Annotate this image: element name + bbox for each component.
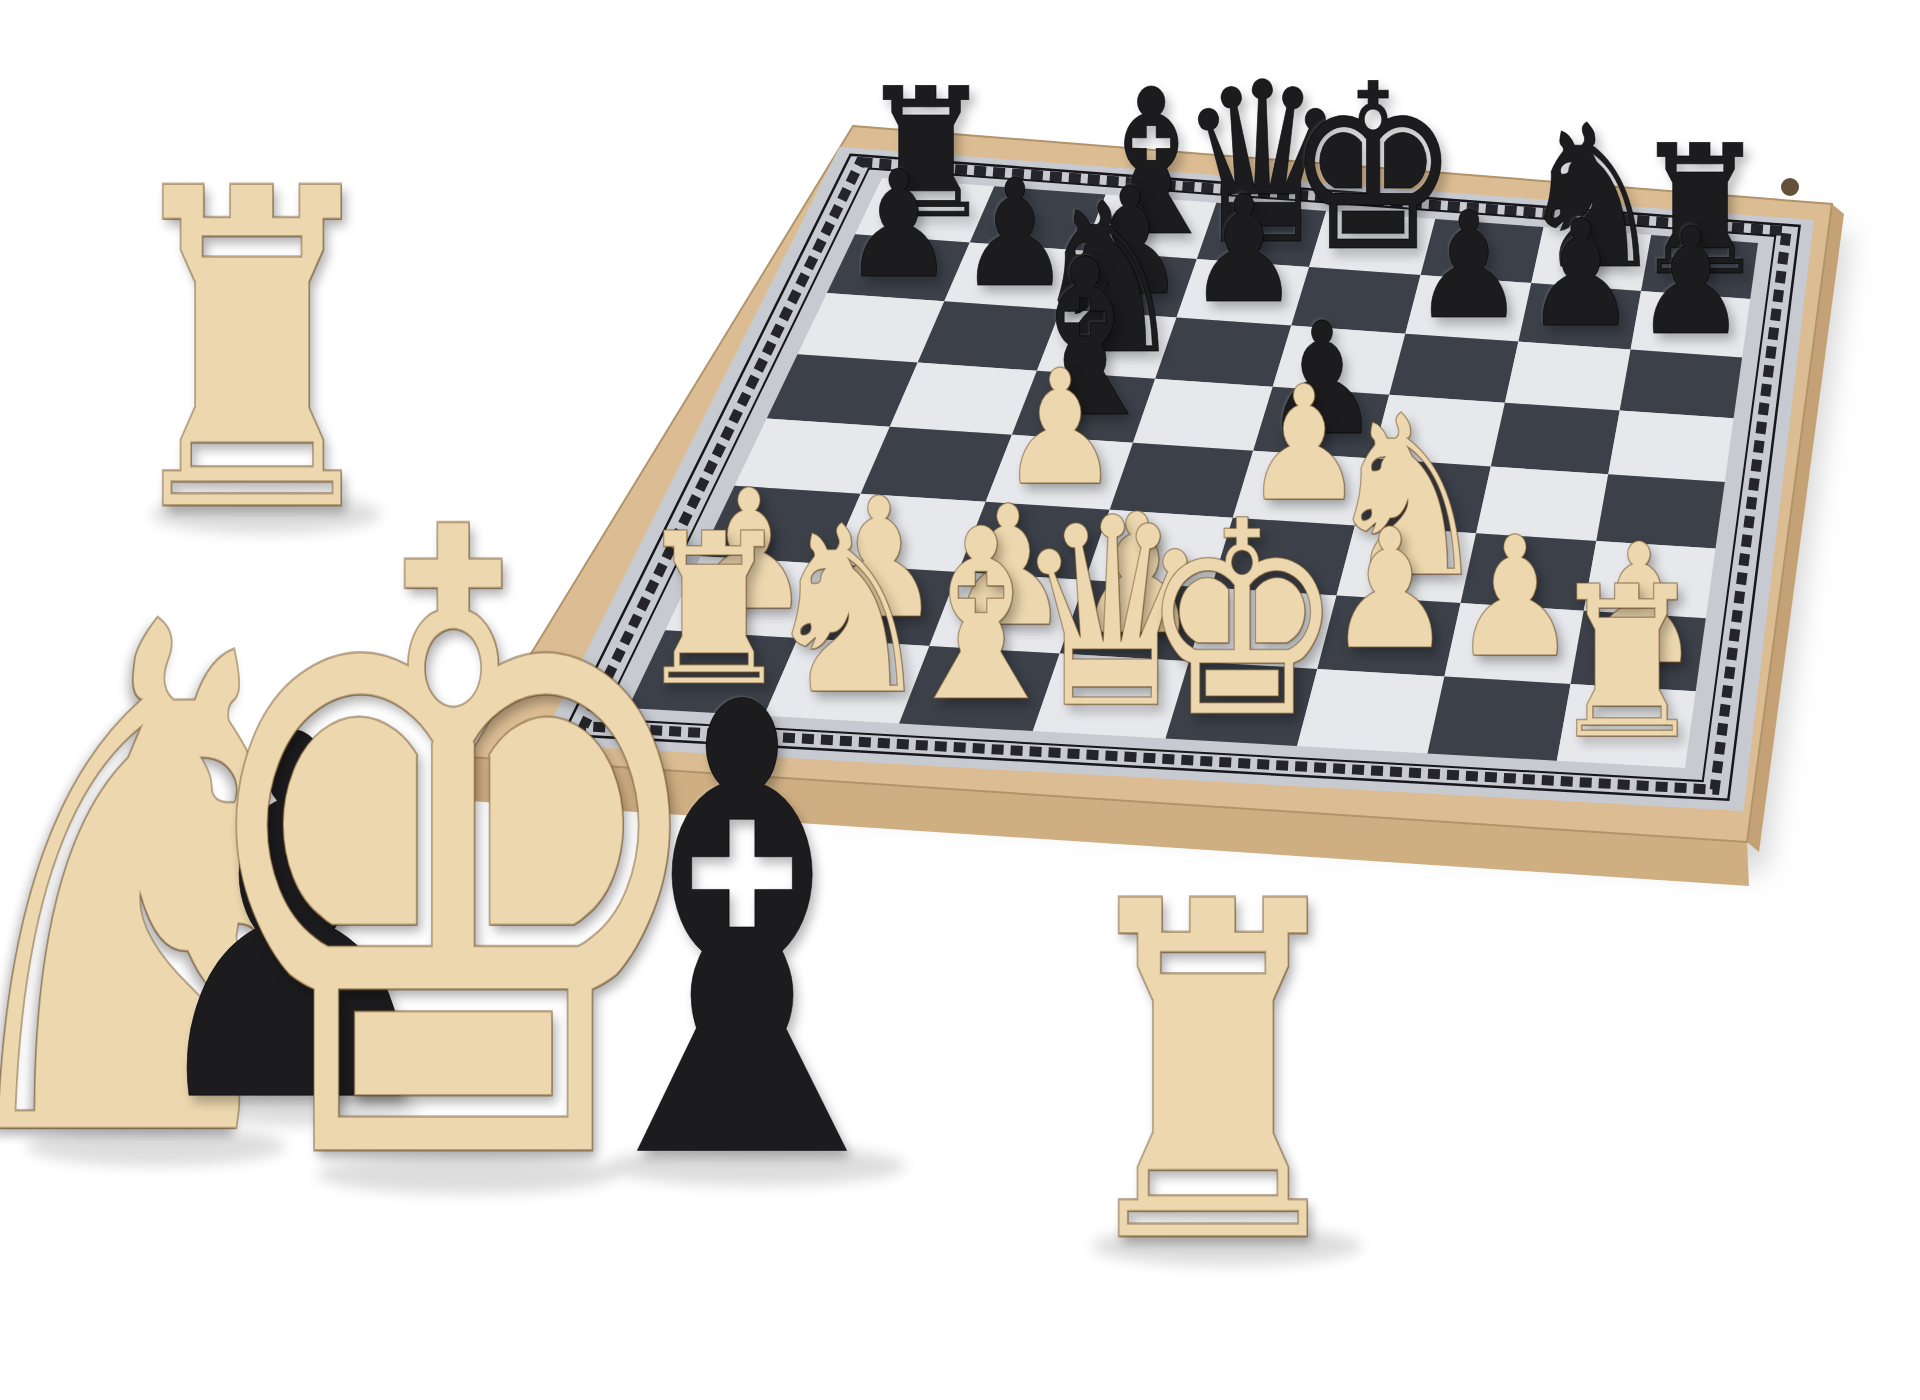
piece-white-king-e1[interactable]: ♚ [1140,485,1345,754]
piece-black-pawn-h7[interactable]: ♟ [1635,208,1748,356]
piece-black-pawn-a7[interactable]: ♟ [843,151,956,299]
piece-black-pawn-g7[interactable]: ♟ [1525,200,1638,348]
chess-set-photo: ♜♝♛♚♞♜♟♟♟♟♟♟♟♞♝♟♟♟♞♟♟♟♟♟♟♟♜♞♝♛♚♜ ♜♞♟♚♝♜ [0,0,1920,1400]
piece-white-rook-h1[interactable]: ♜ [1547,559,1707,769]
square-h5[interactable] [1608,411,1733,483]
offboard-white-rook-right[interactable]: ♜ [1063,843,1363,1308]
offboard-black-bishop[interactable]: ♝ [542,626,942,1246]
piece-white-pawn-f2[interactable]: ♟ [1327,507,1454,673]
frame-peg-hole [1781,178,1799,196]
piece-black-pawn-f7[interactable]: ♟ [1413,192,1526,340]
square-g5[interactable] [1491,403,1620,475]
